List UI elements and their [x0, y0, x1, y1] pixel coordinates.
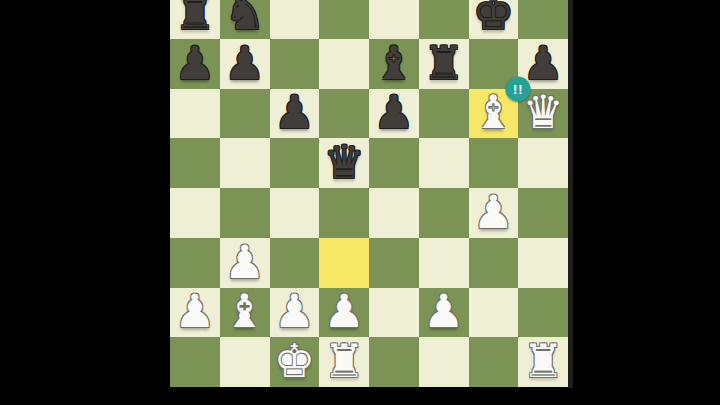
brilliant-move-badge: !! [506, 76, 531, 101]
square-b2[interactable]: ♝ [220, 288, 270, 338]
piece-white-pawn-f2[interactable]: ♟ [423, 288, 464, 334]
square-d4[interactable] [319, 188, 369, 238]
square-c2[interactable]: ♟ [270, 288, 320, 338]
square-e7[interactable]: ♝ [369, 39, 419, 89]
chess-board: !! ♜♞♚♟♟♝♜♟♟♟♝♛♛♟♟♟♝♟♟♟♚♜♜ [170, 0, 568, 387]
square-e1[interactable] [369, 337, 419, 387]
square-h2[interactable] [518, 288, 568, 338]
square-c5[interactable] [270, 138, 320, 188]
square-a7[interactable]: ♟ [170, 39, 220, 89]
square-b4[interactable] [220, 188, 270, 238]
piece-black-pawn-e6[interactable]: ♟ [373, 89, 414, 135]
square-d8[interactable] [319, 0, 369, 39]
square-d7[interactable] [319, 39, 369, 89]
square-e2[interactable] [369, 288, 419, 338]
square-b3[interactable]: ♟ [220, 238, 270, 288]
square-h5[interactable] [518, 138, 568, 188]
piece-white-rook-d1[interactable]: ♜ [324, 338, 365, 384]
piece-black-bishop-e7[interactable]: ♝ [373, 40, 414, 86]
square-g4[interactable]: ♟ [469, 188, 519, 238]
square-f4[interactable] [419, 188, 469, 238]
piece-white-bishop-b2[interactable]: ♝ [224, 288, 265, 334]
square-f2[interactable]: ♟ [419, 288, 469, 338]
square-b6[interactable] [220, 89, 270, 139]
square-d2[interactable]: ♟ [319, 288, 369, 338]
square-a4[interactable] [170, 188, 220, 238]
square-a2[interactable]: ♟ [170, 288, 220, 338]
piece-white-pawn-g4[interactable]: ♟ [473, 189, 514, 235]
piece-black-rook-f7[interactable]: ♜ [423, 40, 464, 86]
square-f5[interactable] [419, 138, 469, 188]
square-f6[interactable] [419, 89, 469, 139]
square-b1[interactable] [220, 337, 270, 387]
square-d3[interactable] [319, 238, 369, 288]
piece-black-rook-a8[interactable]: ♜ [174, 0, 215, 36]
square-c8[interactable] [270, 0, 320, 39]
square-a8[interactable]: ♜ [170, 0, 220, 39]
square-c6[interactable]: ♟ [270, 89, 320, 139]
square-d6[interactable] [319, 89, 369, 139]
piece-black-queen-d5[interactable]: ♛ [324, 139, 365, 185]
piece-white-pawn-b3[interactable]: ♟ [224, 239, 265, 285]
square-e3[interactable] [369, 238, 419, 288]
square-f1[interactable] [419, 337, 469, 387]
square-e4[interactable] [369, 188, 419, 238]
square-e5[interactable] [369, 138, 419, 188]
square-c1[interactable]: ♚ [270, 337, 320, 387]
app-window: !! ♜♞♚♟♟♝♜♟♟♟♝♛♛♟♟♟♝♟♟♟♚♜♜ [0, 0, 720, 405]
square-h4[interactable] [518, 188, 568, 238]
piece-black-pawn-c6[interactable]: ♟ [274, 89, 315, 135]
square-b5[interactable] [220, 138, 270, 188]
square-b7[interactable]: ♟ [220, 39, 270, 89]
square-b8[interactable]: ♞ [220, 0, 270, 39]
square-f7[interactable]: ♜ [419, 39, 469, 89]
piece-white-queen-h6[interactable]: ♛ [523, 89, 564, 135]
square-h8[interactable] [518, 0, 568, 39]
square-c7[interactable] [270, 39, 320, 89]
square-g2[interactable] [469, 288, 519, 338]
piece-black-pawn-h7[interactable]: ♟ [523, 40, 564, 86]
piece-white-rook-h1[interactable]: ♜ [523, 338, 564, 384]
square-f3[interactable] [419, 238, 469, 288]
square-e8[interactable] [369, 0, 419, 39]
square-d5[interactable]: ♛ [319, 138, 369, 188]
square-c3[interactable] [270, 238, 320, 288]
square-e6[interactable]: ♟ [369, 89, 419, 139]
board-right-edge-shadow [568, 0, 573, 388]
square-a5[interactable] [170, 138, 220, 188]
square-f8[interactable] [419, 0, 469, 39]
square-c4[interactable] [270, 188, 320, 238]
piece-black-king-g8[interactable]: ♚ [473, 0, 514, 36]
square-g8[interactable]: ♚ [469, 0, 519, 39]
left-letterbox [0, 0, 170, 405]
square-g3[interactable] [469, 238, 519, 288]
piece-white-king-c1[interactable]: ♚ [274, 338, 315, 384]
square-d1[interactable]: ♜ [319, 337, 369, 387]
square-a1[interactable] [170, 337, 220, 387]
square-g1[interactable] [469, 337, 519, 387]
piece-white-pawn-d2[interactable]: ♟ [324, 288, 365, 334]
square-h1[interactable]: ♜ [518, 337, 568, 387]
right-letterbox [573, 0, 720, 405]
square-g5[interactable] [469, 138, 519, 188]
piece-black-knight-b8[interactable]: ♞ [224, 0, 265, 36]
piece-white-pawn-c2[interactable]: ♟ [274, 288, 315, 334]
piece-black-pawn-b7[interactable]: ♟ [224, 40, 265, 86]
piece-black-pawn-a7[interactable]: ♟ [174, 40, 215, 86]
square-a6[interactable] [170, 89, 220, 139]
square-h3[interactable] [518, 238, 568, 288]
square-a3[interactable] [170, 238, 220, 288]
piece-white-pawn-a2[interactable]: ♟ [174, 288, 215, 334]
